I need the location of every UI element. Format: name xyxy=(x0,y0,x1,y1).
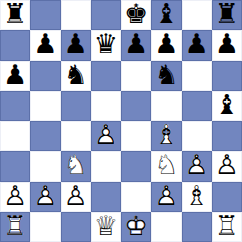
white-piece-outline: ♔ xyxy=(121,212,151,241)
black-piece-glyph: ♞ xyxy=(61,61,91,90)
white-piece-outline: ♙ xyxy=(61,182,91,211)
square-e3[interactable] xyxy=(121,151,151,181)
square-b7[interactable]: ♟ xyxy=(30,30,60,60)
square-e6[interactable] xyxy=(121,61,151,91)
square-e5[interactable] xyxy=(121,91,151,121)
square-a7[interactable] xyxy=(0,30,30,60)
white-king: ♚♔ xyxy=(121,212,151,242)
white-pawn: ♟♙ xyxy=(30,182,60,212)
square-g7[interactable]: ♟ xyxy=(182,30,212,60)
black-piece-glyph: ♚ xyxy=(121,0,151,29)
square-g3[interactable]: ♟♙ xyxy=(182,151,212,181)
square-c6[interactable]: ♞ xyxy=(61,61,91,91)
square-c5[interactable] xyxy=(61,91,91,121)
black-piece-glyph: ♟ xyxy=(0,61,30,90)
square-g2[interactable]: ♝♗ xyxy=(182,182,212,212)
black-pawn: ♟ xyxy=(0,61,30,91)
square-f7[interactable]: ♟ xyxy=(151,30,181,60)
square-a3[interactable] xyxy=(0,151,30,181)
square-b8[interactable] xyxy=(30,0,60,30)
white-piece-outline: ♗ xyxy=(182,182,212,211)
square-b4[interactable] xyxy=(30,121,60,151)
white-queen: ♛♕ xyxy=(91,212,121,242)
white-pawn: ♟♙ xyxy=(0,182,30,212)
square-g5[interactable] xyxy=(182,91,212,121)
white-piece-outline: ♙ xyxy=(0,182,30,211)
white-rook: ♜♖ xyxy=(212,212,242,242)
square-f2[interactable]: ♟♙ xyxy=(151,182,181,212)
square-b6[interactable] xyxy=(30,61,60,91)
square-h1[interactable]: ♜♖ xyxy=(212,212,242,242)
white-bishop: ♝♗ xyxy=(151,121,181,151)
white-piece-outline: ♘ xyxy=(61,151,91,180)
white-rook: ♜♖ xyxy=(0,212,30,242)
square-h3[interactable]: ♟♙ xyxy=(212,151,242,181)
black-knight: ♞ xyxy=(61,61,91,91)
black-rook: ♜ xyxy=(0,0,30,30)
white-piece-outline: ♖ xyxy=(212,212,242,241)
square-c8[interactable] xyxy=(61,0,91,30)
square-h4[interactable] xyxy=(212,121,242,151)
black-piece-glyph: ♝ xyxy=(212,91,242,120)
white-bishop: ♝♗ xyxy=(182,182,212,212)
square-c3[interactable]: ♞♘ xyxy=(61,151,91,181)
square-e8[interactable]: ♚ xyxy=(121,0,151,30)
square-e2[interactable] xyxy=(121,182,151,212)
square-a6[interactable]: ♟ xyxy=(0,61,30,91)
black-piece-glyph: ♟ xyxy=(30,30,60,59)
black-pawn: ♟ xyxy=(182,30,212,60)
white-pawn: ♟♙ xyxy=(91,121,121,151)
square-d1[interactable]: ♛♕ xyxy=(91,212,121,242)
square-h7[interactable]: ♟ xyxy=(212,30,242,60)
black-knight: ♞ xyxy=(151,61,181,91)
black-pawn: ♟ xyxy=(61,30,91,60)
white-piece-outline: ♖ xyxy=(0,212,30,241)
square-g1[interactable] xyxy=(182,212,212,242)
white-pawn: ♟♙ xyxy=(61,182,91,212)
square-f6[interactable]: ♞ xyxy=(151,61,181,91)
white-piece-outline: ♙ xyxy=(91,121,121,150)
square-d4[interactable]: ♟♙ xyxy=(91,121,121,151)
black-piece-glyph: ♜ xyxy=(0,0,30,29)
black-piece-glyph: ♛ xyxy=(91,30,121,59)
black-pawn: ♟ xyxy=(212,30,242,60)
square-a8[interactable]: ♜ xyxy=(0,0,30,30)
square-d2[interactable] xyxy=(91,182,121,212)
square-h6[interactable] xyxy=(212,61,242,91)
square-c2[interactable]: ♟♙ xyxy=(61,182,91,212)
white-pawn: ♟♙ xyxy=(182,151,212,181)
square-g4[interactable] xyxy=(182,121,212,151)
white-piece-outline: ♗ xyxy=(151,121,181,150)
square-h5[interactable]: ♝ xyxy=(212,91,242,121)
black-queen: ♛ xyxy=(91,30,121,60)
square-a1[interactable]: ♜♖ xyxy=(0,212,30,242)
chess-board: ♜♚♝♜♟♟♛♟♟♟♟♟♞♞♝♟♙♝♗♞♘♞♘♟♙♟♙♟♙♟♙♟♙♟♙♝♗♜♖♛… xyxy=(0,0,242,242)
black-bishop: ♝ xyxy=(212,91,242,121)
white-piece-outline: ♙ xyxy=(151,182,181,211)
black-pawn: ♟ xyxy=(151,30,181,60)
square-h8[interactable]: ♜ xyxy=(212,0,242,30)
black-piece-glyph: ♟ xyxy=(182,30,212,59)
white-piece-outline: ♙ xyxy=(182,151,212,180)
white-piece-outline: ♙ xyxy=(212,151,242,180)
square-g6[interactable] xyxy=(182,61,212,91)
black-piece-glyph: ♟ xyxy=(212,30,242,59)
white-piece-outline: ♙ xyxy=(30,182,60,211)
square-f5[interactable] xyxy=(151,91,181,121)
square-f3[interactable]: ♞♘ xyxy=(151,151,181,181)
square-f1[interactable] xyxy=(151,212,181,242)
black-piece-glyph: ♟ xyxy=(61,30,91,59)
square-e1[interactable]: ♚♔ xyxy=(121,212,151,242)
square-e7[interactable]: ♟ xyxy=(121,30,151,60)
white-pawn: ♟♙ xyxy=(212,151,242,181)
white-knight: ♞♘ xyxy=(151,151,181,181)
square-b2[interactable]: ♟♙ xyxy=(30,182,60,212)
black-pawn: ♟ xyxy=(121,30,151,60)
square-c4[interactable] xyxy=(61,121,91,151)
black-bishop: ♝ xyxy=(151,0,181,30)
square-c1[interactable] xyxy=(61,212,91,242)
black-king: ♚ xyxy=(121,0,151,30)
white-knight: ♞♘ xyxy=(61,151,91,181)
square-b3[interactable] xyxy=(30,151,60,181)
white-piece-outline: ♘ xyxy=(151,151,181,180)
square-b5[interactable] xyxy=(30,91,60,121)
square-a5[interactable] xyxy=(0,91,30,121)
white-piece-outline: ♕ xyxy=(91,212,121,241)
square-d7[interactable]: ♛ xyxy=(91,30,121,60)
square-h2[interactable] xyxy=(212,182,242,212)
white-pawn: ♟♙ xyxy=(151,182,181,212)
square-f8[interactable]: ♝ xyxy=(151,0,181,30)
square-f4[interactable]: ♝♗ xyxy=(151,121,181,151)
square-b1[interactable] xyxy=(30,212,60,242)
square-d6[interactable] xyxy=(91,61,121,91)
black-piece-glyph: ♟ xyxy=(121,30,151,59)
square-d3[interactable] xyxy=(91,151,121,181)
square-c7[interactable]: ♟ xyxy=(61,30,91,60)
square-d8[interactable] xyxy=(91,0,121,30)
square-e4[interactable] xyxy=(121,121,151,151)
black-pawn: ♟ xyxy=(30,30,60,60)
square-a2[interactable]: ♟♙ xyxy=(0,182,30,212)
black-piece-glyph: ♜ xyxy=(212,0,242,29)
square-g8[interactable] xyxy=(182,0,212,30)
black-piece-glyph: ♞ xyxy=(151,61,181,90)
black-rook: ♜ xyxy=(212,0,242,30)
black-piece-glyph: ♟ xyxy=(151,30,181,59)
square-a4[interactable] xyxy=(0,121,30,151)
black-piece-glyph: ♝ xyxy=(151,0,181,29)
square-d5[interactable] xyxy=(91,91,121,121)
